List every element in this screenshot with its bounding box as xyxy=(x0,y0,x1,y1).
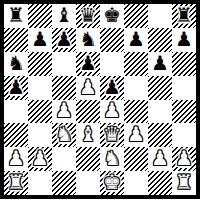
white-pawn-b2[interactable]: ♟ xyxy=(31,148,49,168)
square-e4[interactable]: ♟ xyxy=(100,100,124,124)
black-pawn-d6[interactable]: ♟ xyxy=(79,53,97,73)
black-bishop-c8[interactable]: ♝ xyxy=(55,5,73,25)
black-pawn-e5[interactable]: ♟ xyxy=(103,77,121,97)
square-f5[interactable] xyxy=(124,76,148,100)
black-king-e8[interactable]: ♚ xyxy=(103,5,121,25)
square-b4[interactable] xyxy=(28,100,52,124)
black-rook-a8[interactable]: ♜ xyxy=(7,5,25,25)
square-d3[interactable]: ♝ xyxy=(76,123,100,147)
square-a1[interactable]: ♜ xyxy=(4,171,28,195)
square-f8[interactable] xyxy=(124,4,148,28)
square-b2[interactable]: ♟ xyxy=(28,147,52,171)
square-e3[interactable]: ♛ xyxy=(100,123,124,147)
square-d8[interactable]: ♛ xyxy=(76,4,100,28)
square-e6[interactable] xyxy=(100,52,124,76)
square-c4[interactable]: ♟ xyxy=(52,100,76,124)
square-a6[interactable]: ♞ xyxy=(4,52,28,76)
square-g5[interactable] xyxy=(148,76,172,100)
white-king-e1[interactable]: ♚ xyxy=(103,172,121,192)
square-b6[interactable] xyxy=(28,52,52,76)
square-d7[interactable]: ♞ xyxy=(76,28,100,52)
square-c2[interactable] xyxy=(52,147,76,171)
white-knight-c3[interactable]: ♞ xyxy=(55,124,73,144)
square-g4[interactable] xyxy=(148,100,172,124)
square-d5[interactable]: ♟ xyxy=(76,76,100,100)
square-d4[interactable] xyxy=(76,100,100,124)
square-f7[interactable]: ♟ xyxy=(124,28,148,52)
white-pawn-a2[interactable]: ♟ xyxy=(7,148,25,168)
square-c7[interactable]: ♟ xyxy=(52,28,76,52)
square-g6[interactable]: ♟ xyxy=(148,52,172,76)
square-f2[interactable] xyxy=(124,147,148,171)
square-g2[interactable]: ♟ xyxy=(148,147,172,171)
square-c5[interactable] xyxy=(52,76,76,100)
square-h6[interactable] xyxy=(172,52,196,76)
black-queen-d8[interactable]: ♛ xyxy=(79,5,97,25)
square-d2[interactable] xyxy=(76,147,100,171)
square-c8[interactable]: ♝ xyxy=(52,4,76,28)
square-a3[interactable] xyxy=(4,123,28,147)
square-g8[interactable] xyxy=(148,4,172,28)
square-b3[interactable] xyxy=(28,123,52,147)
white-pawn-g2[interactable]: ♟ xyxy=(151,148,169,168)
white-rook-a1[interactable]: ♜ xyxy=(7,172,25,192)
square-f4[interactable] xyxy=(124,100,148,124)
white-pawn-e4[interactable]: ♟ xyxy=(103,100,121,120)
black-knight-d7[interactable]: ♞ xyxy=(79,29,97,49)
square-d1[interactable] xyxy=(76,171,100,195)
black-rook-h8[interactable]: ♜ xyxy=(175,5,193,25)
square-h1[interactable]: ♜ xyxy=(172,171,196,195)
square-d6[interactable]: ♟ xyxy=(76,52,100,76)
chess-board: ♜♝♛♚♜♟♟♞♟♟♞♟♟♟♟♟♟♟♞♝♛♟♟♟♞♟♟♜♚♜ xyxy=(0,0,200,199)
square-h3[interactable] xyxy=(172,123,196,147)
black-pawn-b7[interactable]: ♟ xyxy=(31,29,49,49)
square-f6[interactable] xyxy=(124,52,148,76)
square-h4[interactable] xyxy=(172,100,196,124)
white-bishop-d3[interactable]: ♝ xyxy=(79,124,97,144)
square-g3[interactable] xyxy=(148,123,172,147)
square-h5[interactable] xyxy=(172,76,196,100)
square-a4[interactable] xyxy=(4,100,28,124)
square-h7[interactable]: ♟ xyxy=(172,28,196,52)
black-pawn-c7[interactable]: ♟ xyxy=(55,29,73,49)
square-b5[interactable] xyxy=(28,76,52,100)
square-b7[interactable]: ♟ xyxy=(28,28,52,52)
white-pawn-f3[interactable]: ♟ xyxy=(127,124,145,144)
square-f1[interactable] xyxy=(124,171,148,195)
square-g1[interactable] xyxy=(148,171,172,195)
black-knight-a6[interactable]: ♞ xyxy=(7,53,25,73)
square-a2[interactable]: ♟ xyxy=(4,147,28,171)
white-pawn-c4[interactable]: ♟ xyxy=(55,100,73,120)
chess-board-grid: ♜♝♛♚♜♟♟♞♟♟♞♟♟♟♟♟♟♟♞♝♛♟♟♟♞♟♟♜♚♜ xyxy=(4,4,196,195)
white-pawn-h2[interactable]: ♟ xyxy=(175,148,193,168)
black-pawn-a5[interactable]: ♟ xyxy=(7,77,25,97)
white-pawn-d5[interactable]: ♟ xyxy=(79,77,97,97)
white-knight-e2[interactable]: ♞ xyxy=(103,148,121,168)
square-c6[interactable] xyxy=(52,52,76,76)
square-e7[interactable] xyxy=(100,28,124,52)
square-e8[interactable]: ♚ xyxy=(100,4,124,28)
black-pawn-f7[interactable]: ♟ xyxy=(127,29,145,49)
square-e5[interactable]: ♟ xyxy=(100,76,124,100)
square-e2[interactable]: ♞ xyxy=(100,147,124,171)
square-f3[interactable]: ♟ xyxy=(124,123,148,147)
square-c3[interactable]: ♞ xyxy=(52,123,76,147)
square-a7[interactable] xyxy=(4,28,28,52)
white-queen-e3[interactable]: ♛ xyxy=(103,124,121,144)
square-b1[interactable] xyxy=(28,171,52,195)
black-pawn-g6[interactable]: ♟ xyxy=(151,53,169,73)
square-h2[interactable]: ♟ xyxy=(172,147,196,171)
square-g7[interactable] xyxy=(148,28,172,52)
square-b8[interactable] xyxy=(28,4,52,28)
square-a5[interactable]: ♟ xyxy=(4,76,28,100)
black-pawn-h7[interactable]: ♟ xyxy=(175,29,193,49)
square-a8[interactable]: ♜ xyxy=(4,4,28,28)
square-h8[interactable]: ♜ xyxy=(172,4,196,28)
square-c1[interactable] xyxy=(52,171,76,195)
white-rook-h1[interactable]: ♜ xyxy=(175,172,193,192)
square-e1[interactable]: ♚ xyxy=(100,171,124,195)
